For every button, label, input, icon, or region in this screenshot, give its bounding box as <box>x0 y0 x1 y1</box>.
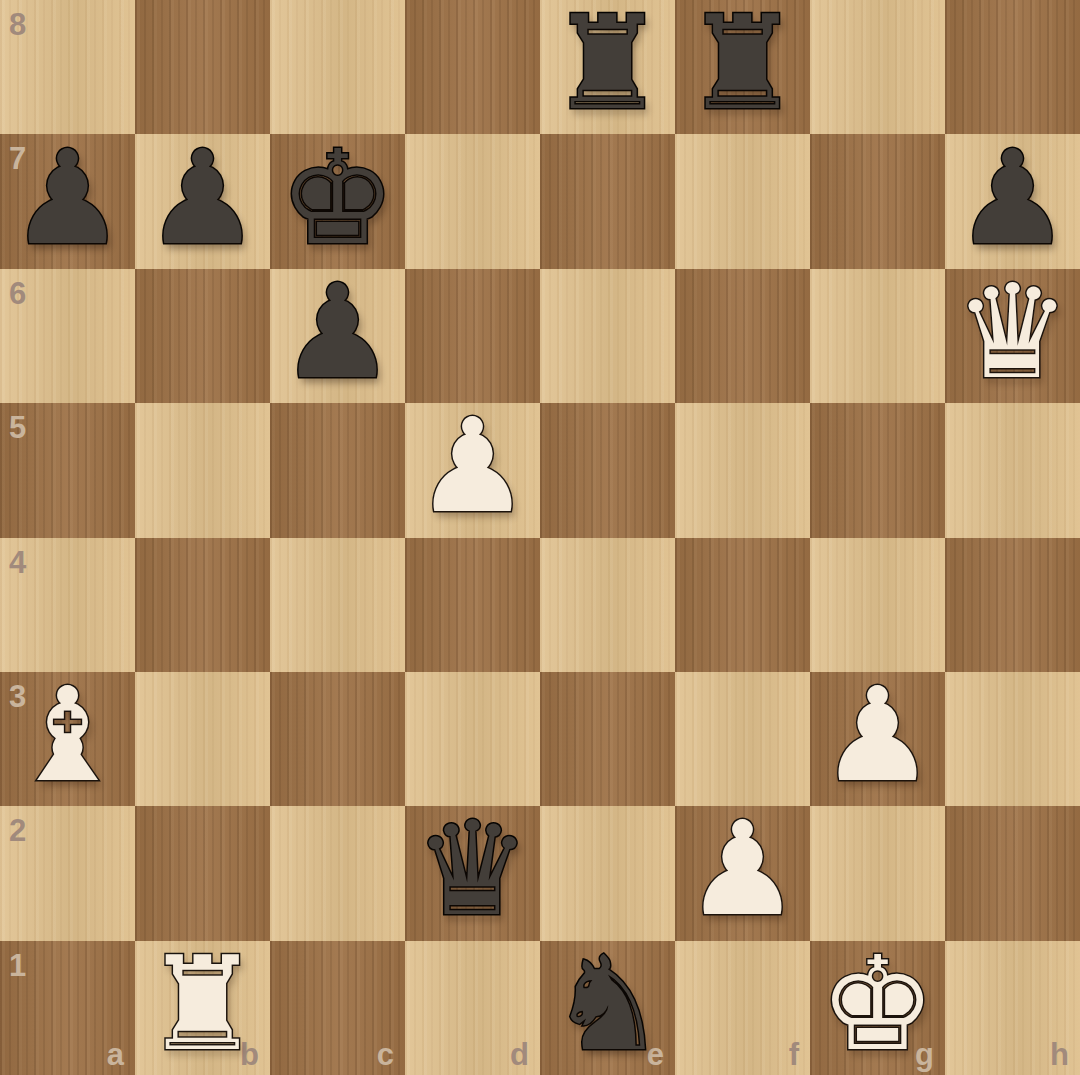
coord-file-f: f <box>789 1039 799 1070</box>
square-f1[interactable]: f <box>675 941 810 1075</box>
square-f7[interactable] <box>675 134 810 268</box>
square-d5[interactable]: ♟ <box>405 403 540 537</box>
coord-file-h: h <box>1050 1039 1069 1070</box>
coord-rank-5: 5 <box>9 412 26 443</box>
square-g8[interactable] <box>810 0 945 134</box>
square-c3[interactable] <box>270 672 405 806</box>
square-h4[interactable] <box>945 538 1080 672</box>
piece-black-rook-f8[interactable]: ♜ <box>684 0 801 128</box>
square-b4[interactable] <box>135 538 270 672</box>
square-a6[interactable]: 6 <box>0 269 135 403</box>
square-a2[interactable]: 2 <box>0 806 135 940</box>
square-c6[interactable]: ♟ <box>270 269 405 403</box>
square-e7[interactable] <box>540 134 675 268</box>
square-e4[interactable] <box>540 538 675 672</box>
square-a4[interactable]: 4 <box>0 538 135 672</box>
piece-white-queen-h6[interactable]: ♛ <box>954 269 1071 397</box>
square-h2[interactable] <box>945 806 1080 940</box>
square-g2[interactable] <box>810 806 945 940</box>
piece-black-pawn-b7[interactable]: ♟ <box>144 134 261 262</box>
coord-file-a: a <box>107 1039 124 1070</box>
square-a7[interactable]: 7♟ <box>0 134 135 268</box>
square-h7[interactable]: ♟ <box>945 134 1080 268</box>
coord-rank-6: 6 <box>9 278 26 309</box>
square-g4[interactable] <box>810 538 945 672</box>
piece-black-king-c7[interactable]: ♚ <box>279 134 396 262</box>
piece-black-pawn-h7[interactable]: ♟ <box>954 134 1071 262</box>
piece-white-rook-b1[interactable]: ♜ <box>144 941 261 1069</box>
square-d7[interactable] <box>405 134 540 268</box>
square-d1[interactable]: d <box>405 941 540 1075</box>
square-g7[interactable] <box>810 134 945 268</box>
square-d2[interactable]: ♛ <box>405 806 540 940</box>
square-f8[interactable]: ♜ <box>675 0 810 134</box>
square-f4[interactable] <box>675 538 810 672</box>
square-b7[interactable]: ♟ <box>135 134 270 268</box>
square-g5[interactable] <box>810 403 945 537</box>
square-e8[interactable]: ♜ <box>540 0 675 134</box>
square-f3[interactable] <box>675 672 810 806</box>
square-g1[interactable]: g♚ <box>810 941 945 1075</box>
coord-rank-4: 4 <box>9 547 26 578</box>
square-d6[interactable] <box>405 269 540 403</box>
square-e2[interactable] <box>540 806 675 940</box>
square-d3[interactable] <box>405 672 540 806</box>
piece-black-pawn-a7[interactable]: ♟ <box>9 134 126 262</box>
square-a3[interactable]: 3♝ <box>0 672 135 806</box>
square-a8[interactable]: 8 <box>0 0 135 134</box>
square-c5[interactable] <box>270 403 405 537</box>
coord-file-d: d <box>510 1039 529 1070</box>
square-b5[interactable] <box>135 403 270 537</box>
square-e3[interactable] <box>540 672 675 806</box>
square-e5[interactable] <box>540 403 675 537</box>
square-g3[interactable]: ♟ <box>810 672 945 806</box>
square-d4[interactable] <box>405 538 540 672</box>
square-e1[interactable]: e♞ <box>540 941 675 1075</box>
piece-black-pawn-c6[interactable]: ♟ <box>279 269 396 397</box>
square-b2[interactable] <box>135 806 270 940</box>
square-g6[interactable] <box>810 269 945 403</box>
square-h6[interactable]: ♛ <box>945 269 1080 403</box>
chess-board: 8♜♜7♟♟♚♟6♟♛5♟43♝♟2♛♟1ab♜cde♞fg♚h <box>0 0 1080 1075</box>
coord-rank-1: 1 <box>9 950 26 981</box>
square-h3[interactable] <box>945 672 1080 806</box>
square-c7[interactable]: ♚ <box>270 134 405 268</box>
piece-black-queen-d2[interactable]: ♛ <box>414 806 531 934</box>
square-c1[interactable]: c <box>270 941 405 1075</box>
piece-white-pawn-d5[interactable]: ♟ <box>414 403 531 531</box>
square-a5[interactable]: 5 <box>0 403 135 537</box>
piece-white-bishop-a3[interactable]: ♝ <box>9 672 126 800</box>
square-e6[interactable] <box>540 269 675 403</box>
coord-file-c: c <box>377 1039 394 1070</box>
square-h8[interactable] <box>945 0 1080 134</box>
square-b8[interactable] <box>135 0 270 134</box>
square-c2[interactable] <box>270 806 405 940</box>
piece-black-rook-e8[interactable]: ♜ <box>549 0 666 128</box>
square-f5[interactable] <box>675 403 810 537</box>
coord-rank-2: 2 <box>9 815 26 846</box>
square-a1[interactable]: 1a <box>0 941 135 1075</box>
square-h5[interactable] <box>945 403 1080 537</box>
piece-black-knight-e1[interactable]: ♞ <box>549 941 666 1069</box>
square-f6[interactable] <box>675 269 810 403</box>
piece-white-pawn-f2[interactable]: ♟ <box>684 806 801 934</box>
square-b6[interactable] <box>135 269 270 403</box>
coord-rank-8: 8 <box>9 9 26 40</box>
square-d8[interactable] <box>405 0 540 134</box>
square-b3[interactable] <box>135 672 270 806</box>
piece-white-pawn-g3[interactable]: ♟ <box>819 672 936 800</box>
square-b1[interactable]: b♜ <box>135 941 270 1075</box>
piece-white-king-g1[interactable]: ♚ <box>819 941 936 1069</box>
square-c8[interactable] <box>270 0 405 134</box>
square-f2[interactable]: ♟ <box>675 806 810 940</box>
square-h1[interactable]: h <box>945 941 1080 1075</box>
square-c4[interactable] <box>270 538 405 672</box>
